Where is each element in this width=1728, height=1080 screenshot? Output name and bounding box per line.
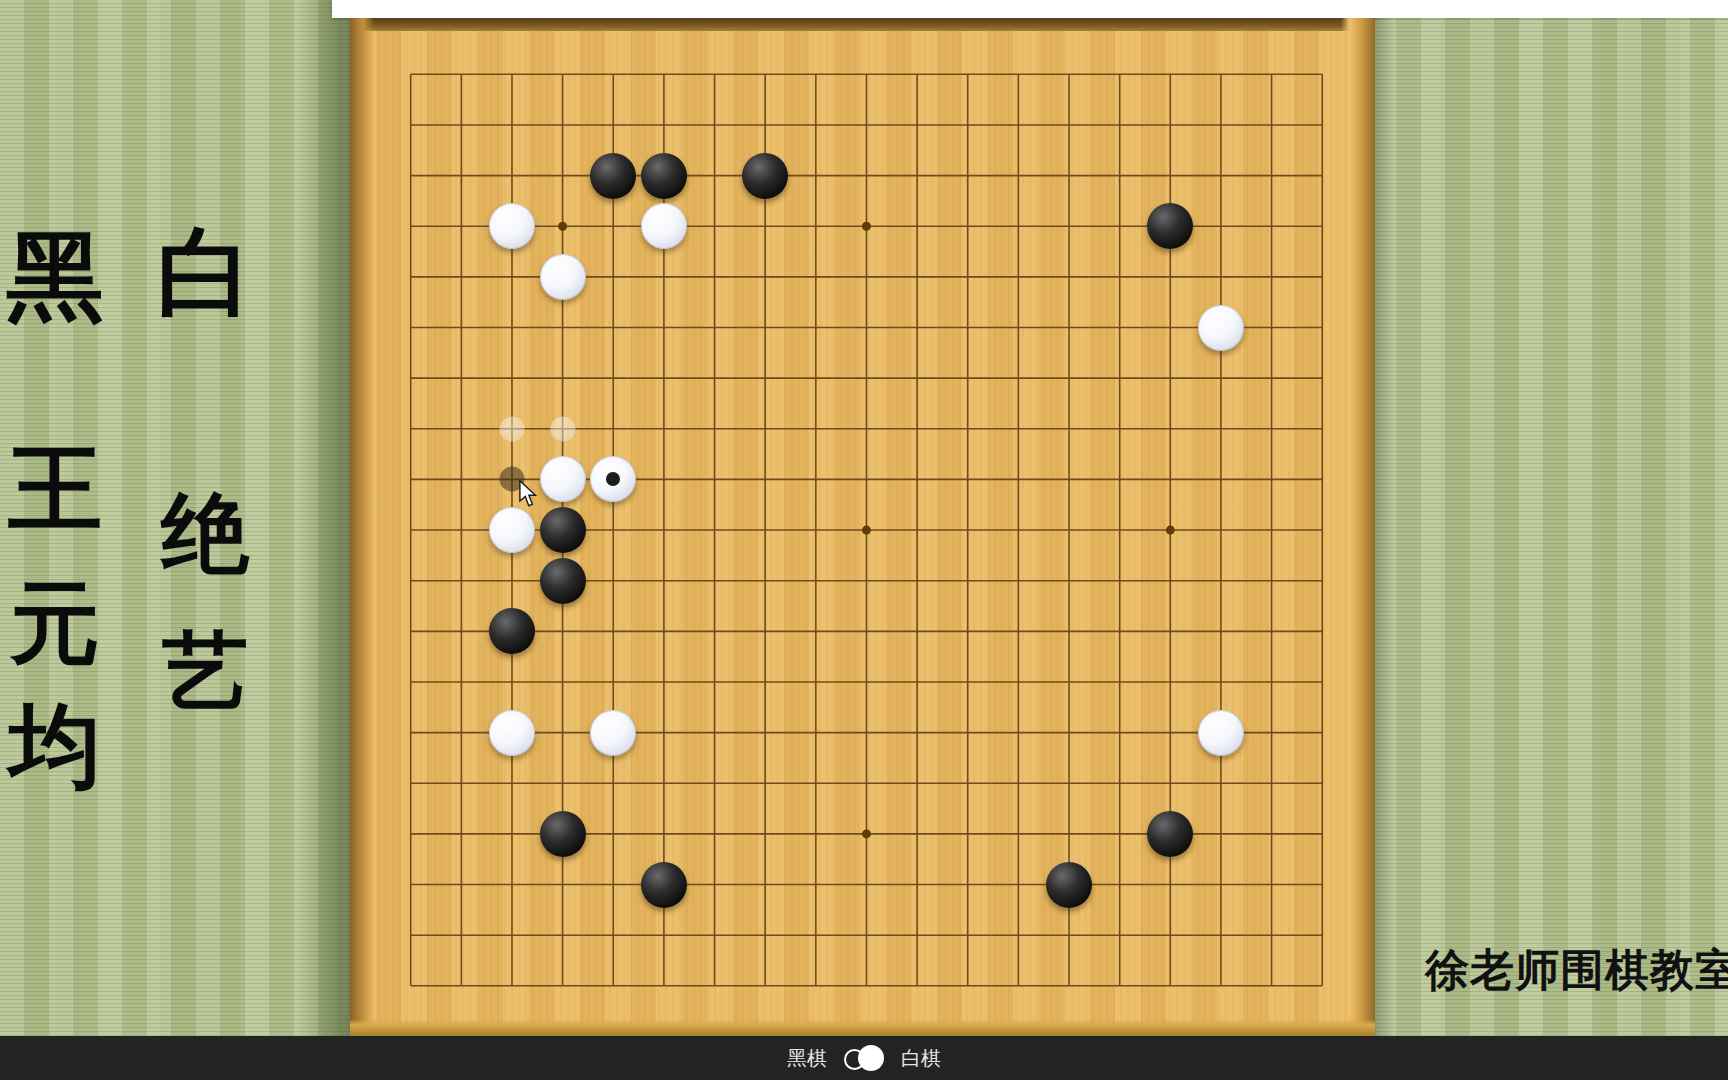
black-stone-C8 [489,608,535,654]
black-player-name-char-3: 均 [0,700,110,792]
white-stone-C6 [489,710,535,756]
star-point [862,222,871,231]
stone-color-toggle[interactable] [844,1044,884,1072]
black-stone-Q4 [1147,811,1193,857]
black-stone-D4 [540,811,586,857]
black-stone-H17 [742,153,788,199]
black-stone-Q16 [1147,203,1193,249]
star-point [558,222,567,231]
black-stone-F3 [641,862,687,908]
ghost-white-stone-D12 [550,416,575,441]
toggle-white-stone-icon [858,1045,884,1071]
white-stone-D15 [540,254,586,300]
white-stone-E6 [590,710,636,756]
white-player-name-char-2: 艺 [150,628,260,714]
toggle-black-label: 黑棋 [787,1045,827,1072]
black-player-label: 黑 [0,228,110,325]
watermark-text: 徐老师围棋教室 [1425,941,1728,1000]
star-point [862,526,871,535]
star-point [862,829,871,838]
black-player-name-char-1: 王 [0,442,110,536]
white-stone-R6 [1198,710,1244,756]
white-player-label: 白 [150,224,260,321]
mouse-cursor-icon [519,480,539,508]
go-board[interactable] [350,18,1375,1036]
screen: 黑 白 王 元 均 绝 艺 徐老师围棋教室 黑棋 白棋 [0,0,1728,1080]
last-move-marker [606,472,620,486]
white-stone-C10 [489,507,535,553]
white-stone-D11 [540,456,586,502]
white-stone-C16 [489,203,535,249]
white-stone-R14 [1198,305,1244,351]
bottom-bar: 黑棋 白棋 [0,1036,1728,1080]
ghost-white-stone-C12 [499,416,524,441]
toggle-white-label: 白棋 [901,1045,941,1072]
black-stone-D9 [540,558,586,604]
star-point [1166,526,1175,535]
window-titlebar [332,0,1728,18]
black-stone-D10 [540,507,586,553]
white-player-name-char-1: 绝 [150,490,260,578]
black-stone-E17 [590,153,636,199]
black-stone-O3 [1046,862,1092,908]
white-stone-E11 [590,456,636,502]
board-shadow [1375,0,1395,1080]
black-player-name-char-2: 元 [0,578,110,668]
black-stone-F17 [641,153,687,199]
tatami-seam [296,0,352,1080]
white-stone-F16 [641,203,687,249]
